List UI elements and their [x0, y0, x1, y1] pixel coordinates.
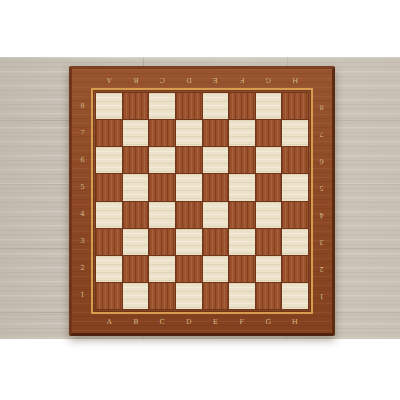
square-e3[interactable] [203, 229, 229, 255]
square-a7[interactable] [96, 120, 122, 146]
ranks-left-label-5: 5 [74, 174, 91, 201]
chessboard: ABCDEFGH ABCDEFGH 87654321 87654321 [69, 66, 335, 336]
square-b6[interactable] [123, 147, 149, 173]
square-e5[interactable] [203, 174, 229, 200]
files-bottom-label-e: E [202, 314, 229, 331]
ranks-left-label-8: 8 [74, 93, 91, 120]
letterbox-bottom [0, 339, 400, 400]
square-g7[interactable] [256, 120, 282, 146]
ranks-right-label-2: 2 [313, 255, 330, 282]
square-d1[interactable] [176, 283, 202, 309]
files-top-label-g: G [255, 71, 282, 88]
files-top-label-b: B [123, 71, 150, 88]
ranks-right: 87654321 [313, 93, 330, 309]
square-e8[interactable] [203, 93, 229, 119]
square-c7[interactable] [149, 120, 175, 146]
square-a8[interactable] [96, 93, 122, 119]
files-bottom-label-a: A [96, 314, 123, 331]
square-c8[interactable] [149, 93, 175, 119]
letterbox-top [0, 0, 400, 57]
square-a1[interactable] [96, 283, 122, 309]
square-b5[interactable] [123, 174, 149, 200]
square-g8[interactable] [256, 93, 282, 119]
square-d3[interactable] [176, 229, 202, 255]
square-h5[interactable] [282, 174, 308, 200]
ranks-right-label-1: 1 [313, 282, 330, 309]
square-a2[interactable] [96, 256, 122, 282]
square-d5[interactable] [176, 174, 202, 200]
ranks-left-label-3: 3 [74, 228, 91, 255]
square-d7[interactable] [176, 120, 202, 146]
files-top-label-h: H [282, 71, 309, 88]
square-f6[interactable] [229, 147, 255, 173]
square-h4[interactable] [282, 202, 308, 228]
ranks-left-label-1: 1 [74, 282, 91, 309]
square-a5[interactable] [96, 174, 122, 200]
square-b2[interactable] [123, 256, 149, 282]
square-e1[interactable] [203, 283, 229, 309]
square-g2[interactable] [256, 256, 282, 282]
square-f1[interactable] [229, 283, 255, 309]
square-d6[interactable] [176, 147, 202, 173]
ranks-right-label-8: 8 [313, 93, 330, 120]
ranks-left-label-4: 4 [74, 201, 91, 228]
square-d8[interactable] [176, 93, 202, 119]
square-b1[interactable] [123, 283, 149, 309]
square-f3[interactable] [229, 229, 255, 255]
square-d2[interactable] [176, 256, 202, 282]
files-top-label-e: E [202, 71, 229, 88]
square-g6[interactable] [256, 147, 282, 173]
files-top-label-a: A [96, 71, 123, 88]
ranks-left-label-7: 7 [74, 120, 91, 147]
ranks-right-label-7: 7 [313, 120, 330, 147]
square-f4[interactable] [229, 202, 255, 228]
square-h1[interactable] [282, 283, 308, 309]
square-h8[interactable] [282, 93, 308, 119]
square-c6[interactable] [149, 147, 175, 173]
square-c5[interactable] [149, 174, 175, 200]
square-c1[interactable] [149, 283, 175, 309]
square-g3[interactable] [256, 229, 282, 255]
square-g5[interactable] [256, 174, 282, 200]
square-e4[interactable] [203, 202, 229, 228]
ranks-right-label-3: 3 [313, 228, 330, 255]
files-bottom-label-c: C [149, 314, 176, 331]
files-bottom-label-f: F [229, 314, 256, 331]
square-d4[interactable] [176, 202, 202, 228]
square-f7[interactable] [229, 120, 255, 146]
files-bottom-label-g: G [255, 314, 282, 331]
ranks-right-label-6: 6 [313, 147, 330, 174]
square-c2[interactable] [149, 256, 175, 282]
square-e7[interactable] [203, 120, 229, 146]
square-h6[interactable] [282, 147, 308, 173]
square-e6[interactable] [203, 147, 229, 173]
files-top-label-d: D [176, 71, 203, 88]
ranks-left: 87654321 [74, 93, 91, 309]
files-top-label-f: F [229, 71, 256, 88]
square-e2[interactable] [203, 256, 229, 282]
square-b7[interactable] [123, 120, 149, 146]
square-f5[interactable] [229, 174, 255, 200]
square-b4[interactable] [123, 202, 149, 228]
square-b3[interactable] [123, 229, 149, 255]
square-g1[interactable] [256, 283, 282, 309]
files-top: ABCDEFGH [96, 71, 308, 88]
files-bottom-label-b: B [123, 314, 150, 331]
square-g4[interactable] [256, 202, 282, 228]
files-bottom-label-d: D [176, 314, 203, 331]
square-a6[interactable] [96, 147, 122, 173]
ranks-right-label-5: 5 [313, 174, 330, 201]
square-h3[interactable] [282, 229, 308, 255]
files-bottom: ABCDEFGH [96, 314, 308, 331]
square-f2[interactable] [229, 256, 255, 282]
files-bottom-label-h: H [282, 314, 309, 331]
square-c3[interactable] [149, 229, 175, 255]
files-top-label-c: C [149, 71, 176, 88]
ranks-left-label-2: 2 [74, 255, 91, 282]
square-f8[interactable] [229, 93, 255, 119]
square-c4[interactable] [149, 202, 175, 228]
square-a4[interactable] [96, 202, 122, 228]
board-grid [96, 93, 308, 309]
ranks-right-label-4: 4 [313, 201, 330, 228]
square-a3[interactable] [96, 229, 122, 255]
square-b8[interactable] [123, 93, 149, 119]
ranks-left-label-6: 6 [74, 147, 91, 174]
square-h2[interactable] [282, 256, 308, 282]
square-h7[interactable] [282, 120, 308, 146]
